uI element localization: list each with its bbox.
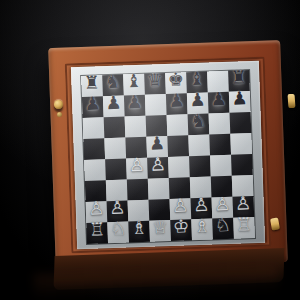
square-e7[interactable]: ♟ [166,93,188,115]
square-b4[interactable] [105,158,127,180]
piece-white-pawn-d4[interactable]: ♙ [147,153,169,175]
brass-hinge-top [288,94,296,108]
piece-white-knight-g1[interactable]: ♘ [212,214,234,236]
piece-white-pawn-e2[interactable]: ♙ [169,194,191,216]
piece-white-knight-b1[interactable]: ♘ [107,217,129,239]
piece-white-king-e1[interactable]: ♔ [170,215,192,237]
square-c4[interactable]: ♙ [126,158,148,180]
piece-white-pawn-f2[interactable]: ♙ [190,194,212,216]
square-a1[interactable]: ♖ [86,222,108,244]
square-b6[interactable] [104,116,126,138]
square-a7[interactable]: ♟ [82,96,104,118]
square-g1[interactable]: ♘ [212,218,234,240]
square-h6[interactable] [230,112,252,134]
piece-white-pawn-g2[interactable]: ♙ [211,193,233,215]
piece-black-rook-a8[interactable]: ♜ [81,71,103,93]
square-h4[interactable] [231,154,253,176]
piece-white-pawn-c4[interactable]: ♙ [126,154,148,176]
square-d7[interactable] [145,94,167,116]
square-f1[interactable]: ♗ [191,218,213,240]
square-b7[interactable]: ♟ [103,96,125,118]
piece-white-rook-a1[interactable]: ♖ [86,218,108,240]
square-a4[interactable] [84,159,106,181]
square-c3[interactable] [127,179,149,201]
chess-board: ♜♞♝♛♚♝♜♟♟♟♟♟♟♟♞♟♙♙♙♙♙♙♙♙♖♘♗♕♔♗♘♖ [81,70,255,244]
brass-knob [54,100,63,109]
piece-white-pawn-h2[interactable]: ♙ [232,192,254,214]
piece-white-bishop-c1[interactable]: ♗ [128,217,150,239]
piece-black-pawn-b7[interactable]: ♟ [103,92,125,114]
square-g5[interactable] [209,134,231,156]
square-f5[interactable] [188,135,210,157]
square-h5[interactable] [230,133,252,155]
piece-white-bishop-f1[interactable]: ♗ [191,214,213,236]
wooden-case: ♜♞♝♛♚♝♜♟♟♟♟♟♟♟♞♟♙♙♙♙♙♙♙♙♖♘♗♕♔♗♘♖ [48,40,288,270]
square-a5[interactable] [83,138,105,160]
square-b5[interactable] [104,137,126,159]
square-g7[interactable]: ♟ [208,92,230,114]
piece-black-pawn-c7[interactable]: ♟ [124,91,146,113]
square-c7[interactable]: ♟ [124,95,146,117]
piece-black-bishop-c8[interactable]: ♝ [123,70,145,92]
square-f4[interactable] [189,156,211,178]
piece-black-pawn-h7[interactable]: ♟ [229,87,251,109]
piece-black-rook-h8[interactable]: ♜ [228,66,250,88]
square-c6[interactable] [125,116,147,138]
square-b1[interactable]: ♘ [107,221,129,243]
square-a6[interactable] [83,117,105,139]
piece-white-pawn-b2[interactable]: ♙ [106,196,128,218]
square-h1[interactable]: ♖ [233,217,255,239]
square-e5[interactable] [167,135,189,157]
piece-black-pawn-d5[interactable]: ♟ [146,132,168,154]
piece-black-knight-b8[interactable]: ♞ [102,71,124,93]
piece-white-rook-h1[interactable]: ♖ [233,213,255,235]
scene: ♜♞♝♛♚♝♜♟♟♟♟♟♟♟♞♟♙♙♙♙♙♙♙♙♖♘♗♕♔♗♘♖ [0,0,300,300]
piece-black-knight-f6[interactable]: ♞ [187,110,209,132]
piece-black-bishop-f8[interactable]: ♝ [186,68,208,90]
square-e6[interactable] [167,114,189,136]
piece-black-pawn-a7[interactable]: ♟ [82,92,104,114]
piece-white-pawn-a2[interactable]: ♙ [85,197,107,219]
piece-white-queen-d1[interactable]: ♕ [149,216,171,238]
glass-board-border: ♜♞♝♛♚♝♜♟♟♟♟♟♟♟♞♟♙♙♙♙♙♙♙♙♖♘♗♕♔♗♘♖ [71,61,265,249]
square-g6[interactable] [209,113,231,135]
square-f6[interactable]: ♞ [188,114,210,136]
piece-black-pawn-e7[interactable]: ♟ [166,89,188,111]
square-d8[interactable]: ♛ [144,73,166,95]
piece-black-pawn-f7[interactable]: ♟ [187,89,209,111]
square-c1[interactable]: ♗ [128,221,150,243]
brass-knob-small [57,112,62,117]
piece-black-pawn-g7[interactable]: ♟ [208,88,230,110]
piece-black-queen-d8[interactable]: ♛ [144,69,166,91]
piece-black-king-e8[interactable]: ♚ [165,68,187,90]
square-e4[interactable] [168,156,190,178]
square-e1[interactable]: ♔ [170,219,192,241]
square-d4[interactable]: ♙ [147,157,169,179]
square-g4[interactable] [210,155,232,177]
square-d3[interactable] [148,178,170,200]
square-d1[interactable]: ♕ [149,220,171,242]
square-h7[interactable]: ♟ [229,91,251,113]
